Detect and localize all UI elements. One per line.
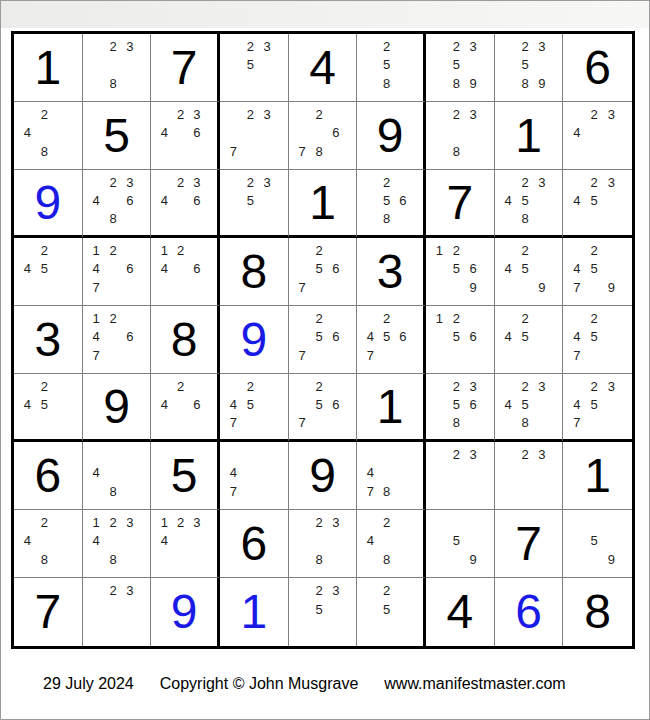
cell-r8c7[interactable]: 59 [426, 510, 495, 578]
pencil-mark-2: 2 [173, 105, 189, 124]
pencil-marks: 23468 [83, 170, 151, 235]
pencil-marks: 23589 [495, 34, 563, 101]
sudoku-page: 1238723542582358923589624852346237267892… [0, 0, 650, 720]
pencil-mark-8: 8 [379, 209, 395, 227]
cell-r2c3[interactable]: 2346 [151, 102, 220, 170]
cell-r6c7[interactable]: 23568 [426, 374, 495, 442]
given-digit: 1 [357, 374, 423, 439]
pencil-marks: 2346 [151, 170, 217, 235]
pencil-marks: 12569 [426, 238, 494, 305]
cell-r3c9[interactable]: 2345 [563, 170, 632, 238]
pencil-mark-4: 4 [500, 191, 517, 209]
pencil-marks: 235 [289, 578, 357, 646]
cell-r3c3[interactable]: 2346 [151, 170, 220, 238]
pencil-mark-2: 2 [105, 37, 122, 56]
pencil-mark-8: 8 [311, 142, 328, 161]
pencil-mark-4: 4 [19, 124, 36, 143]
pencil-marks: 12467 [83, 238, 151, 305]
cell-r1c2[interactable]: 238 [83, 34, 152, 102]
cell-r6c8[interactable]: 23458 [495, 374, 564, 442]
solved-digit: 9 [220, 306, 288, 373]
pencil-mark-3: 3 [327, 581, 344, 600]
cell-r1c9[interactable]: 6 [563, 34, 632, 102]
pencil-mark-5: 5 [242, 191, 259, 209]
pencil-marks: 238 [426, 102, 494, 169]
pencil-mark-4: 4 [19, 260, 36, 279]
pencil-mark-8: 8 [105, 209, 122, 227]
pencil-mark-1: 1 [431, 241, 448, 260]
pencil-mark-7: 7 [294, 413, 311, 431]
pencil-marks: 24567 [357, 306, 423, 373]
pencil-mark-2: 2 [311, 105, 328, 124]
pencil-mark-3: 3 [189, 105, 205, 124]
cell-r2c6[interactable]: 9 [357, 102, 426, 170]
pencil-mark-3: 3 [533, 377, 550, 395]
pencil-mark-3: 3 [465, 445, 482, 464]
cell-r7c9[interactable]: 1 [563, 442, 632, 510]
pencil-marks: 1246 [151, 238, 217, 305]
pencil-mark-4: 4 [500, 328, 517, 347]
pencil-mark-7: 7 [362, 482, 378, 501]
pencil-mark-8: 8 [36, 142, 53, 161]
pencil-marks: 235 [220, 34, 288, 101]
given-digit: 6 [220, 510, 288, 577]
pencil-marks: 23589 [426, 34, 494, 101]
pencil-mark-3: 3 [603, 377, 620, 395]
cell-r8c1[interactable]: 248 [14, 510, 83, 578]
pencil-mark-9: 9 [603, 278, 620, 297]
footer-date: 29 July 2024 [43, 675, 134, 693]
cell-r1c7[interactable]: 23589 [426, 34, 495, 102]
pencil-mark-2: 2 [448, 445, 465, 464]
pencil-mark-5: 5 [379, 328, 395, 347]
pencil-mark-1: 1 [88, 309, 105, 328]
pencil-mark-4: 4 [156, 191, 172, 209]
cell-r5c4[interactable]: 9 [220, 306, 289, 374]
pencil-mark-4: 4 [568, 328, 585, 347]
cell-r4c5[interactable]: 2567 [289, 238, 358, 306]
pencil-marks: 246 [151, 374, 217, 439]
cell-r9c8[interactable]: 6 [495, 578, 564, 646]
cell-r5c1[interactable]: 3 [14, 306, 83, 374]
pencil-mark-2: 2 [448, 105, 465, 124]
cell-r8c3[interactable]: 1234 [151, 510, 220, 578]
cell-r3c2[interactable]: 23468 [83, 170, 152, 238]
cell-r6c6[interactable]: 1 [357, 374, 426, 442]
pencil-mark-1: 1 [431, 309, 448, 328]
pencil-mark-2: 2 [517, 309, 534, 328]
pencil-mark-6: 6 [327, 395, 344, 413]
solved-digit: 1 [220, 578, 288, 646]
cell-r6c4[interactable]: 2457 [220, 374, 289, 442]
pencil-mark-4: 4 [568, 395, 585, 413]
cell-r4c8[interactable]: 2459 [495, 238, 564, 306]
cell-r2c9[interactable]: 234 [563, 102, 632, 170]
given-digit: 1 [14, 34, 82, 101]
pencil-mark-2: 2 [311, 581, 328, 600]
solved-digit: 9 [14, 170, 82, 235]
pencil-mark-7: 7 [294, 142, 311, 161]
pencil-mark-2: 2 [242, 105, 259, 124]
pencil-mark-6: 6 [189, 260, 205, 279]
pencil-mark-4: 4 [19, 395, 36, 413]
cell-r4c4[interactable]: 8 [220, 238, 289, 306]
pencil-mark-1: 1 [156, 241, 172, 260]
pencil-marks: 478 [357, 442, 423, 509]
cell-r1c8[interactable]: 23589 [495, 34, 564, 102]
pencil-mark-2: 2 [586, 105, 603, 124]
pencil-mark-5: 5 [242, 395, 259, 413]
pencil-mark-2: 2 [379, 37, 395, 56]
pencil-mark-5: 5 [517, 395, 534, 413]
pencil-mark-6: 6 [465, 395, 482, 413]
pencil-mark-2: 2 [379, 513, 395, 532]
pencil-mark-8: 8 [105, 550, 122, 569]
pencil-mark-2: 2 [517, 377, 534, 395]
cell-r5c7[interactable]: 1256 [426, 306, 495, 374]
given-digit: 5 [83, 102, 151, 169]
cell-r6c9[interactable]: 23457 [563, 374, 632, 442]
pencil-mark-2: 2 [311, 513, 328, 532]
cell-r2c5[interactable]: 2678 [289, 102, 358, 170]
pencil-mark-2: 2 [173, 173, 189, 191]
pencil-mark-2: 2 [586, 241, 603, 260]
pencil-marks: 2457 [563, 306, 632, 373]
cell-r5c2[interactable]: 12467 [83, 306, 152, 374]
pencil-mark-3: 3 [121, 581, 138, 600]
pencil-mark-7: 7 [568, 346, 585, 365]
pencil-mark-3: 3 [259, 105, 276, 124]
pencil-mark-9: 9 [465, 550, 482, 569]
pencil-mark-4: 4 [156, 124, 172, 143]
pencil-mark-8: 8 [379, 482, 395, 501]
pencil-mark-5: 5 [311, 260, 328, 279]
cell-r9c3[interactable]: 9 [151, 578, 220, 646]
pencil-marks: 59 [426, 510, 494, 577]
pencil-marks: 2345 [563, 170, 632, 235]
cell-r4c6[interactable]: 3 [357, 238, 426, 306]
pencil-mark-2: 2 [448, 37, 465, 56]
pencil-mark-9: 9 [603, 550, 620, 569]
pencil-mark-5: 5 [448, 532, 465, 551]
pencil-mark-4: 4 [500, 260, 517, 279]
window-top-band [1, 1, 649, 28]
pencil-mark-1: 1 [88, 513, 105, 532]
cell-r1c1[interactable]: 1 [14, 34, 83, 102]
cell-r4c3[interactable]: 1246 [151, 238, 220, 306]
pencil-mark-4: 4 [156, 532, 172, 551]
given-digit: 8 [563, 578, 632, 646]
cell-r8c4[interactable]: 6 [220, 510, 289, 578]
pencil-mark-2: 2 [586, 173, 603, 191]
pencil-mark-6: 6 [327, 124, 344, 143]
pencil-mark-3: 3 [189, 173, 205, 191]
pencil-marks: 248 [357, 510, 423, 577]
pencil-marks: 1256 [426, 306, 494, 373]
pencil-mark-1: 1 [88, 241, 105, 260]
pencil-mark-3: 3 [121, 173, 138, 191]
pencil-mark-9: 9 [533, 278, 550, 297]
cell-r5c8[interactable]: 245 [495, 306, 564, 374]
pencil-mark-5: 5 [36, 395, 53, 413]
cell-r6c1[interactable]: 245 [14, 374, 83, 442]
pencil-mark-5: 5 [586, 395, 603, 413]
given-digit: 5 [151, 442, 217, 509]
pencil-marks: 2678 [289, 102, 357, 169]
cell-r7c5[interactable]: 9 [289, 442, 358, 510]
pencil-mark-3: 3 [465, 37, 482, 56]
pencil-marks: 2568 [357, 170, 423, 235]
given-digit: 6 [563, 34, 632, 101]
pencil-mark-4: 4 [88, 464, 105, 483]
cell-r9c6[interactable]: 25 [357, 578, 426, 646]
pencil-mark-2: 2 [36, 377, 53, 395]
pencil-mark-2: 2 [379, 309, 395, 328]
pencil-mark-6: 6 [189, 395, 205, 413]
pencil-mark-4: 4 [500, 395, 517, 413]
pencil-marks: 12348 [83, 510, 151, 577]
cell-r5c6[interactable]: 24567 [357, 306, 426, 374]
cell-r4c9[interactable]: 24579 [563, 238, 632, 306]
pencil-mark-4: 4 [88, 328, 105, 347]
given-digit: 4 [426, 578, 494, 646]
given-digit: 4 [289, 34, 357, 101]
pencil-mark-2: 2 [242, 173, 259, 191]
pencil-mark-8: 8 [448, 413, 465, 431]
pencil-mark-2: 2 [36, 105, 53, 124]
pencil-mark-4: 4 [225, 395, 242, 413]
pencil-mark-2: 2 [105, 173, 122, 191]
pencil-marks: 59 [563, 510, 632, 577]
pencil-mark-5: 5 [242, 56, 259, 75]
pencil-mark-7: 7 [568, 413, 585, 431]
pencil-mark-8: 8 [105, 482, 122, 501]
pencil-mark-5: 5 [379, 56, 395, 75]
cell-r2c7[interactable]: 238 [426, 102, 495, 170]
pencil-marks: 23458 [495, 374, 563, 439]
pencil-mark-4: 4 [156, 260, 172, 279]
pencil-mark-8: 8 [36, 550, 53, 569]
pencil-mark-8: 8 [517, 413, 534, 431]
given-digit: 8 [151, 306, 217, 373]
cell-r2c2[interactable]: 5 [83, 102, 152, 170]
pencil-mark-3: 3 [327, 513, 344, 532]
pencil-mark-2: 2 [448, 377, 465, 395]
solved-digit: 6 [495, 578, 563, 646]
cell-r8c2[interactable]: 12348 [83, 510, 152, 578]
pencil-mark-4: 4 [568, 260, 585, 279]
given-digit: 9 [289, 442, 357, 509]
pencil-mark-5: 5 [311, 600, 328, 619]
pencil-mark-2: 2 [517, 445, 534, 464]
cell-r7c6[interactable]: 478 [357, 442, 426, 510]
pencil-mark-5: 5 [586, 328, 603, 347]
cell-r3c5[interactable]: 1 [289, 170, 358, 238]
cell-r7c4[interactable]: 47 [220, 442, 289, 510]
pencil-mark-5: 5 [517, 260, 534, 279]
pencil-mark-2: 2 [242, 377, 259, 395]
pencil-mark-5: 5 [517, 328, 534, 347]
pencil-mark-3: 3 [533, 445, 550, 464]
cell-r1c6[interactable]: 258 [357, 34, 426, 102]
pencil-mark-2: 2 [105, 513, 122, 532]
pencil-mark-7: 7 [568, 278, 585, 297]
given-digit: 6 [14, 442, 82, 509]
solved-digit: 9 [151, 578, 217, 646]
footer-website: www.manifestmaster.com [384, 675, 565, 693]
pencil-mark-7: 7 [88, 278, 105, 297]
pencil-mark-3: 3 [121, 37, 138, 56]
cell-r5c3[interactable]: 8 [151, 306, 220, 374]
given-digit: 3 [357, 238, 423, 305]
pencil-mark-8: 8 [379, 550, 395, 569]
pencil-marks: 12467 [83, 306, 151, 373]
pencil-mark-6: 6 [121, 328, 138, 347]
given-digit: 8 [220, 238, 288, 305]
pencil-mark-2: 2 [105, 241, 122, 260]
pencil-mark-2: 2 [586, 309, 603, 328]
pencil-marks: 23 [426, 442, 494, 509]
pencil-mark-5: 5 [311, 328, 328, 347]
pencil-marks: 238 [83, 34, 151, 101]
cell-r7c3[interactable]: 5 [151, 442, 220, 510]
cell-r2c8[interactable]: 1 [495, 102, 564, 170]
pencil-mark-5: 5 [379, 191, 395, 209]
pencil-mark-2: 2 [36, 241, 53, 260]
pencil-mark-3: 3 [189, 513, 205, 532]
pencil-mark-2: 2 [36, 513, 53, 532]
cell-r6c5[interactable]: 2567 [289, 374, 358, 442]
pencil-mark-5: 5 [586, 191, 603, 209]
given-digit: 7 [495, 510, 563, 577]
cell-r9c4[interactable]: 1 [220, 578, 289, 646]
cell-r5c9[interactable]: 2457 [563, 306, 632, 374]
pencil-mark-6: 6 [327, 260, 344, 279]
cell-r3c6[interactable]: 2568 [357, 170, 426, 238]
pencil-marks: 245 [14, 374, 82, 439]
cell-r8c6[interactable]: 248 [357, 510, 426, 578]
pencil-mark-2: 2 [311, 377, 328, 395]
pencil-mark-2: 2 [517, 37, 534, 56]
cell-r4c1[interactable]: 245 [14, 238, 83, 306]
given-digit: 3 [14, 306, 82, 373]
cell-r7c7[interactable]: 23 [426, 442, 495, 510]
cell-r6c2[interactable]: 9 [83, 374, 152, 442]
cell-r9c1[interactable]: 7 [14, 578, 83, 646]
pencil-mark-2: 2 [517, 241, 534, 260]
pencil-mark-8: 8 [379, 74, 395, 93]
pencil-mark-4: 4 [225, 464, 242, 483]
pencil-mark-2: 2 [448, 309, 465, 328]
pencil-marks: 23 [495, 442, 563, 509]
cell-r8c5[interactable]: 238 [289, 510, 358, 578]
pencil-mark-2: 2 [517, 173, 534, 191]
cell-r9c9[interactable]: 8 [563, 578, 632, 646]
cell-r6c3[interactable]: 246 [151, 374, 220, 442]
pencil-marks: 245 [495, 306, 563, 373]
cell-r7c2[interactable]: 48 [83, 442, 152, 510]
pencil-mark-2: 2 [448, 241, 465, 260]
cell-r3c8[interactable]: 23458 [495, 170, 564, 238]
pencil-mark-4: 4 [19, 532, 36, 551]
pencil-mark-4: 4 [568, 191, 585, 209]
cell-r1c3[interactable]: 7 [151, 34, 220, 102]
pencil-mark-4: 4 [362, 328, 378, 347]
cell-r9c7[interactable]: 4 [426, 578, 495, 646]
pencil-mark-2: 2 [586, 377, 603, 395]
pencil-mark-5: 5 [36, 260, 53, 279]
pencil-marks: 248 [14, 102, 82, 169]
footer-copyright: Copyright © John Musgrave [160, 675, 359, 693]
cell-r7c8[interactable]: 23 [495, 442, 564, 510]
pencil-mark-8: 8 [517, 209, 534, 227]
pencil-mark-6: 6 [327, 328, 344, 347]
footer: 29 July 2024 Copyright © John Musgrave w… [43, 675, 566, 693]
pencil-mark-7: 7 [294, 278, 311, 297]
pencil-marks: 2567 [289, 238, 357, 305]
pencil-mark-4: 4 [156, 395, 172, 413]
pencil-marks: 23568 [426, 374, 494, 439]
cell-r4c2[interactable]: 12467 [83, 238, 152, 306]
cell-r3c4[interactable]: 235 [220, 170, 289, 238]
pencil-mark-5: 5 [586, 532, 603, 551]
cell-r8c8[interactable]: 7 [495, 510, 564, 578]
pencil-mark-4: 4 [88, 532, 105, 551]
pencil-mark-5: 5 [448, 328, 465, 347]
cell-r3c7[interactable]: 7 [426, 170, 495, 238]
pencil-mark-6: 6 [121, 260, 138, 279]
cell-r4c7[interactable]: 12569 [426, 238, 495, 306]
cell-r8c9[interactable]: 59 [563, 510, 632, 578]
cell-r5c5[interactable]: 2567 [289, 306, 358, 374]
pencil-mark-2: 2 [242, 37, 259, 56]
sudoku-board: 1238723542582358923589624852346237267892… [11, 31, 635, 649]
cell-r7c1[interactable]: 6 [14, 442, 83, 510]
cell-r1c4[interactable]: 235 [220, 34, 289, 102]
pencil-mark-4: 4 [362, 464, 378, 483]
pencil-marks: 2346 [151, 102, 217, 169]
pencil-mark-5: 5 [379, 600, 395, 619]
pencil-marks: 248 [14, 510, 82, 577]
pencil-mark-3: 3 [465, 105, 482, 124]
pencil-mark-9: 9 [465, 74, 482, 93]
pencil-mark-5: 5 [448, 395, 465, 413]
pencil-marks: 235 [220, 170, 288, 235]
pencil-mark-6: 6 [395, 191, 411, 209]
pencil-mark-3: 3 [603, 105, 620, 124]
pencil-mark-2: 2 [105, 309, 122, 328]
pencil-marks: 47 [220, 442, 288, 509]
pencil-marks: 25 [357, 578, 423, 646]
cell-r2c1[interactable]: 248 [14, 102, 83, 170]
cell-r3c1[interactable]: 9 [14, 170, 83, 238]
pencil-mark-6: 6 [465, 260, 482, 279]
pencil-mark-3: 3 [259, 37, 276, 56]
pencil-mark-2: 2 [173, 377, 189, 395]
given-digit: 1 [495, 102, 563, 169]
cell-r2c4[interactable]: 237 [220, 102, 289, 170]
pencil-mark-5: 5 [586, 260, 603, 279]
pencil-mark-2: 2 [311, 241, 328, 260]
cell-r9c5[interactable]: 235 [289, 578, 358, 646]
cell-r9c2[interactable]: 23 [83, 578, 152, 646]
pencil-mark-4: 4 [88, 260, 105, 279]
pencil-mark-8: 8 [105, 74, 122, 93]
cell-r1c5[interactable]: 4 [289, 34, 358, 102]
pencil-marks: 1234 [151, 510, 217, 577]
pencil-mark-7: 7 [225, 482, 242, 501]
pencil-marks: 23457 [563, 374, 632, 439]
